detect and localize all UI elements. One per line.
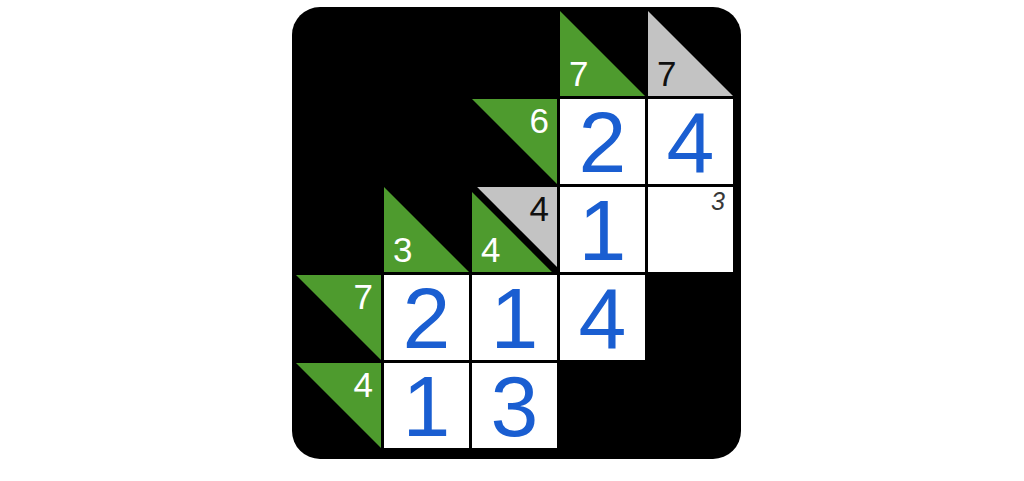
kakuro-grid: 77624344137214413	[296, 11, 733, 448]
down-clue-number: 7	[657, 56, 676, 91]
entry-digit: 2	[403, 275, 451, 361]
across-clue-triangle: 6	[472, 99, 557, 184]
entry-digit: 1	[579, 187, 627, 273]
cell-r3c4-entry[interactable]: 1	[560, 187, 645, 272]
across-clue-number: 7	[354, 279, 373, 314]
cell-r2c3-clue: 6	[472, 99, 557, 184]
down-clue-number: 3	[393, 232, 412, 267]
entry-digit: 4	[667, 99, 715, 185]
cell-r1c3-black	[472, 11, 557, 96]
cell-r1c5-clue: 7	[648, 11, 733, 96]
cell-r3c5-pencil[interactable]: 3	[648, 187, 733, 272]
cell-r2c4-entry[interactable]: 2	[560, 99, 645, 184]
cell-r5c3-entry[interactable]: 3	[472, 363, 557, 448]
cell-r4c4-entry[interactable]: 4	[560, 275, 645, 360]
cell-r1c1-black	[296, 11, 381, 96]
entry-digit: 3	[491, 363, 539, 449]
cell-r1c2-black	[384, 11, 469, 96]
cell-r4c1-clue: 7	[296, 275, 381, 360]
cell-r2c5-entry[interactable]: 4	[648, 99, 733, 184]
across-clue-number: 4	[530, 191, 549, 226]
down-clue-number: 7	[569, 56, 588, 91]
cell-r4c5-black	[648, 275, 733, 360]
across-clue-number: 6	[530, 103, 549, 138]
cell-r4c3-entry[interactable]: 1	[472, 275, 557, 360]
down-clue-number: 4	[481, 232, 500, 267]
entry-digit: 4	[579, 275, 627, 361]
kakuro-board: 77624344137214413	[292, 7, 741, 459]
cell-r5c4-black	[560, 363, 645, 448]
cell-r4c2-entry[interactable]: 2	[384, 275, 469, 360]
cell-r2c2-black	[384, 99, 469, 184]
down-clue-triangle: 7	[560, 11, 645, 96]
across-clue-triangle: 4	[296, 363, 381, 448]
down-clue-triangle: 7	[648, 11, 733, 96]
cell-r5c1-clue: 4	[296, 363, 381, 448]
cell-r5c2-entry[interactable]: 1	[384, 363, 469, 448]
pencil-mark: 3	[711, 189, 725, 214]
across-clue-number: 4	[354, 367, 373, 402]
entry-digit: 1	[491, 275, 539, 361]
entry-digit: 1	[403, 363, 451, 449]
cell-r3c3-clue: 44	[472, 187, 557, 272]
across-clue-triangle: 7	[296, 275, 381, 360]
entry-digit: 2	[579, 99, 627, 185]
cell-r1c4-clue: 7	[560, 11, 645, 96]
cell-r2c1-black	[296, 99, 381, 184]
cell-r3c1-black	[296, 187, 381, 272]
cell-r5c5-black	[648, 363, 733, 448]
cell-r3c2-clue: 3	[384, 187, 469, 272]
down-clue-triangle: 3	[384, 187, 469, 272]
